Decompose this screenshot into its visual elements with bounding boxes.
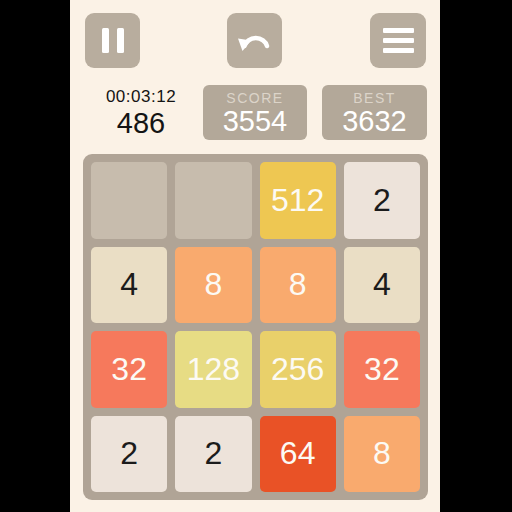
- letterbox-left: [0, 0, 70, 512]
- letterbox-right: [440, 0, 512, 512]
- pause-button[interactable]: [85, 13, 140, 68]
- tile-4: 4: [91, 247, 167, 324]
- undo-icon: [238, 27, 272, 55]
- tile-64: 64: [260, 416, 336, 493]
- screen: 00:03:12 486 SCORE 3554 BEST 3632 512248…: [0, 0, 512, 512]
- menu-icon: [383, 28, 414, 53]
- empty-cell: [175, 162, 251, 239]
- undo-button[interactable]: [227, 13, 282, 68]
- tile-8: 8: [344, 416, 420, 493]
- tile-512: 512: [260, 162, 336, 239]
- tile-128: 128: [175, 331, 251, 408]
- tile-8: 8: [260, 247, 336, 324]
- menu-button[interactable]: [370, 13, 426, 68]
- game-app: 00:03:12 486 SCORE 3554 BEST 3632 512248…: [70, 0, 440, 512]
- timer-value: 00:03:12: [80, 87, 202, 107]
- board[interactable]: 51224884321282563222648: [83, 154, 428, 500]
- score-label: SCORE: [203, 90, 307, 106]
- best-box: BEST 3632: [322, 85, 427, 140]
- tile-256: 256: [260, 331, 336, 408]
- empty-cell: [91, 162, 167, 239]
- score-value: 3554: [203, 106, 307, 137]
- move-count: 486: [80, 107, 202, 139]
- tile-32: 32: [91, 331, 167, 408]
- tile-32: 32: [344, 331, 420, 408]
- best-value: 3632: [322, 106, 427, 137]
- timer-block: 00:03:12 486: [80, 87, 202, 139]
- tile-2: 2: [175, 416, 251, 493]
- pause-icon: [102, 28, 124, 53]
- tile-2: 2: [91, 416, 167, 493]
- best-label: BEST: [322, 90, 427, 106]
- score-box: SCORE 3554: [203, 85, 307, 140]
- tile-8: 8: [175, 247, 251, 324]
- tile-4: 4: [344, 247, 420, 324]
- tile-2: 2: [344, 162, 420, 239]
